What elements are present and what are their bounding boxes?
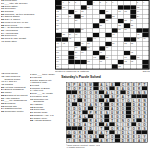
grid-cell[interactable]: 4: [93, 1, 99, 5]
cell-number: 32: [118, 23, 121, 26]
grid-cell[interactable]: 49: [81, 42, 87, 46]
grid-cell[interactable]: [124, 46, 130, 50]
solved-black-cell: [104, 103, 109, 107]
grid-cell[interactable]: [93, 10, 99, 14]
solved-letter-cell: P: [88, 111, 93, 115]
cell-number: 16: [106, 10, 109, 13]
cell-number: 37: [124, 28, 127, 31]
grid-cell[interactable]: 64: [75, 56, 81, 60]
solved-letter-cell: R: [126, 83, 131, 87]
grid-cell[interactable]: [130, 65, 136, 69]
grid-cell[interactable]: [93, 19, 99, 23]
grid-cell[interactable]: [81, 19, 87, 23]
grid-cell[interactable]: [93, 46, 99, 50]
grid-cell[interactable]: [137, 19, 143, 23]
solved-letter-cell: N: [83, 135, 88, 139]
grid-cell[interactable]: [87, 28, 93, 32]
solved-letter-cell: E: [93, 135, 98, 139]
solved-black-cell: [115, 83, 120, 87]
solved-letter-cell: R: [88, 119, 93, 123]
grid-cell[interactable]: [81, 65, 87, 69]
grid-cell[interactable]: [118, 1, 124, 5]
grid-cell[interactable]: [99, 28, 105, 32]
solved-letter-cell: O: [99, 107, 104, 111]
solved-letter-cell: T: [104, 131, 109, 135]
solved-letter-cell: E: [110, 83, 115, 87]
solved-black-cell: [104, 127, 109, 131]
solved-letter-cell: O: [83, 91, 88, 95]
solved-black-cell: [115, 139, 120, 143]
solved-letter-cell: E: [126, 123, 131, 127]
grid-cell[interactable]: 66: [106, 56, 112, 60]
cell-number: 17: [118, 10, 121, 13]
solved-letter-cell: A: [120, 127, 125, 131]
grid-cell[interactable]: [93, 15, 99, 19]
solved-letter-cell: E: [142, 107, 147, 111]
grid-cell[interactable]: [62, 10, 68, 14]
grid-cell[interactable]: [112, 19, 118, 23]
grid-cell[interactable]: [130, 33, 136, 37]
solved-letter-cell: O: [120, 107, 125, 111]
solved-letter-cell: O: [110, 135, 115, 139]
solved-letter-cell: R: [137, 87, 142, 91]
cell-number: 36: [118, 28, 121, 31]
cell-number: 75: [118, 64, 121, 67]
grid-cell[interactable]: [137, 42, 143, 46]
grid-cell[interactable]: 6: [106, 1, 112, 5]
grid-cell[interactable]: [62, 56, 68, 60]
grid-cell[interactable]: [99, 65, 105, 69]
solved-letter-cell: T: [77, 119, 82, 123]
cell-number: 68: [137, 55, 140, 58]
solved-letter-cell: R: [104, 139, 109, 143]
grid-cell[interactable]: [93, 65, 99, 69]
cell-number: 51: [112, 42, 115, 45]
solved-black-cell: [110, 99, 115, 103]
grid-cell[interactable]: [118, 56, 124, 60]
grid-cell[interactable]: 2: [68, 1, 74, 5]
grid-cell[interactable]: [112, 46, 118, 50]
grid-cell[interactable]: [75, 24, 81, 28]
cell-number: 10: [62, 5, 65, 8]
black-cell: [75, 60, 81, 64]
grid-cell[interactable]: 37: [124, 28, 130, 32]
grid-cell[interactable]: 74: [56, 65, 62, 69]
solved-letter-cell: P: [72, 115, 77, 119]
solved-letter-cell: A: [99, 83, 104, 87]
solved-black-cell: [110, 131, 115, 135]
solved-letter-cell: T: [110, 119, 115, 123]
grid-cell[interactable]: 23: [112, 15, 118, 19]
grid-cell[interactable]: [87, 10, 93, 14]
grid-cell[interactable]: [143, 19, 149, 23]
cell-number: 5: [100, 1, 101, 4]
solved-letter-cell: S: [110, 95, 115, 99]
grid-cell[interactable]: 44: [93, 37, 99, 41]
solved-letter-cell: E: [131, 135, 136, 139]
grid-cell[interactable]: [106, 60, 112, 64]
solved-letter-cell: G: [88, 135, 93, 139]
solved-letter-cell: N: [142, 111, 147, 115]
cell-number: 33: [131, 23, 134, 26]
solved-letter-cell: N: [99, 95, 104, 99]
grid-cell[interactable]: [143, 6, 149, 10]
grid-cell[interactable]: [99, 6, 105, 10]
grid-cell[interactable]: 27: [106, 19, 112, 23]
grid-cell[interactable]: [137, 65, 143, 69]
solved-letter-cell: Z: [88, 87, 93, 91]
solved-letter-cell: S: [67, 111, 72, 115]
grid-cell[interactable]: [68, 42, 74, 46]
grid-cell[interactable]: [68, 65, 74, 69]
grid-cell[interactable]: [118, 37, 124, 41]
solved-letter-cell: T: [126, 95, 131, 99]
grid-cell[interactable]: 45: [137, 37, 143, 41]
black-cell: [130, 6, 136, 10]
solved-letter-cell: P: [115, 95, 120, 99]
cell-number: 70: [87, 60, 90, 63]
grid-cell[interactable]: [99, 42, 105, 46]
solved-letter-cell: E: [131, 91, 136, 95]
solved-letter-cell: O: [99, 87, 104, 91]
solved-letter-cell: G: [137, 123, 142, 127]
cell-number: 35: [81, 28, 84, 31]
grid-cell[interactable]: [143, 15, 149, 19]
grid-cell[interactable]: 21: [68, 15, 74, 19]
grid-cell[interactable]: [118, 15, 124, 19]
solved-letter-cell: L: [126, 131, 131, 135]
grid-cell[interactable]: [118, 42, 124, 46]
grid-cell[interactable]: 34: [56, 28, 62, 32]
grid-cell[interactable]: [137, 24, 143, 28]
clue: 41 Small store: [1, 40, 41, 43]
solved-letter-cell: T: [77, 111, 82, 115]
solved-black-cell: [104, 95, 109, 99]
grid-cell[interactable]: [143, 51, 149, 55]
solved-letter-cell: E: [142, 115, 147, 119]
grid-cell[interactable]: [106, 28, 112, 32]
grid-cell[interactable]: [118, 51, 124, 55]
cell-number: 66: [106, 55, 109, 58]
grid-cell[interactable]: 36: [118, 28, 124, 32]
solved-letter-cell: G: [99, 119, 104, 123]
grid-cell[interactable]: [143, 24, 149, 28]
solved-letter-cell: R: [72, 95, 77, 99]
solved-letter-cell: A: [120, 87, 125, 91]
solved-letter-cell: D: [131, 103, 136, 107]
solved-letter-cell: S: [67, 83, 72, 87]
cell-number: 43: [69, 37, 72, 40]
grid-cell[interactable]: [93, 60, 99, 64]
grid-cell[interactable]: 18: [124, 10, 130, 14]
grid-cell[interactable]: [87, 15, 93, 19]
grid-cell[interactable]: 53: [130, 42, 136, 46]
grid-cell[interactable]: 43: [68, 37, 74, 41]
solved-letter-cell: M: [115, 111, 120, 115]
cell-number: 41: [112, 33, 115, 36]
grid-cell[interactable]: [112, 6, 118, 10]
solved-black-cell: [142, 95, 147, 99]
solved-letter-cell: A: [110, 107, 115, 111]
grid-cell[interactable]: [68, 46, 74, 50]
cell-number: 65: [93, 55, 96, 58]
grid-cell[interactable]: [143, 42, 149, 46]
grid-cell[interactable]: [106, 37, 112, 41]
cell-number: 18: [124, 10, 127, 13]
grid-cell[interactable]: [81, 56, 87, 60]
black-cell: [112, 65, 118, 69]
clue: 65 Composer Porter: [1, 110, 29, 113]
black-cell: [56, 33, 62, 37]
solved-letter-cell: T: [120, 99, 125, 103]
grid-cell[interactable]: 26: [75, 19, 81, 23]
solved-black-cell: [67, 135, 72, 139]
solved-black-cell: [93, 87, 98, 91]
grid-cell[interactable]: [87, 24, 93, 28]
cell-number: 47: [56, 42, 59, 45]
solved-black-cell: [99, 123, 104, 127]
grid-cell[interactable]: [130, 28, 136, 32]
solved-letter-cell: M: [142, 139, 147, 143]
grid-cell[interactable]: [93, 6, 99, 10]
solved-letter-cell: E: [131, 87, 136, 91]
clue: 28 Actress Dawber: [30, 118, 56, 121]
solved-black-cell: [137, 119, 142, 123]
grid-cell[interactable]: [112, 51, 118, 55]
solved-black-cell: [104, 115, 109, 119]
black-cell: [143, 28, 149, 32]
solved-letter-cell: R: [115, 103, 120, 107]
grid-cell[interactable]: 33: [130, 24, 136, 28]
grid-cell[interactable]: [87, 65, 93, 69]
cell-number: 27: [106, 19, 109, 22]
grid-cell[interactable]: 28: [124, 19, 130, 23]
grid-cell[interactable]: [130, 1, 136, 5]
cell-number: 21: [69, 14, 72, 17]
solved-letter-cell: E: [67, 95, 72, 99]
solved-letter-cell: A: [77, 115, 82, 119]
grid-cell[interactable]: 51: [112, 42, 118, 46]
black-cell: [130, 10, 136, 14]
solved-letter-cell: O: [110, 103, 115, 107]
cell-number: 64: [75, 55, 78, 58]
solved-letter-cell: P: [77, 87, 82, 91]
grid-cell[interactable]: 10: [62, 6, 68, 10]
grid-cell[interactable]: [124, 33, 130, 37]
cell-number: 69: [56, 60, 59, 63]
grid-cell[interactable]: [62, 24, 68, 28]
grid-cell[interactable]: [112, 24, 118, 28]
solved-letter-cell: O: [67, 115, 72, 119]
grid-cell[interactable]: 14: [75, 10, 81, 14]
grid-cell[interactable]: [99, 33, 105, 37]
grid-cell[interactable]: [106, 24, 112, 28]
grid-cell[interactable]: 17: [118, 10, 124, 14]
cell-number: 56: [87, 46, 90, 49]
grid-cell[interactable]: 24: [137, 15, 143, 19]
grid-cell[interactable]: 9: [143, 1, 149, 5]
solved-letter-cell: S: [67, 103, 72, 107]
grid-cell[interactable]: 73: [130, 60, 136, 64]
grid-cell[interactable]: 41: [112, 33, 118, 37]
grid-cell[interactable]: [62, 51, 68, 55]
cell-number: 61: [100, 51, 103, 54]
solved-letter-cell: E: [115, 91, 120, 95]
solved-letter-cell: G: [72, 131, 77, 135]
grid-cell[interactable]: 3: [75, 1, 81, 5]
solved-black-cell: [126, 103, 131, 107]
solved-black-cell: [77, 99, 82, 103]
solved-letter-cell: R: [72, 135, 77, 139]
grid-cell[interactable]: [62, 60, 68, 64]
cell-number: 53: [131, 42, 134, 45]
solved-letter-cell: E: [137, 111, 142, 115]
grid-cell[interactable]: [112, 56, 118, 60]
black-cell: [68, 60, 74, 64]
grid-cell[interactable]: [87, 33, 93, 37]
solved-letter-cell: L: [115, 123, 120, 127]
grid-cell[interactable]: 75: [118, 65, 124, 69]
grid-cell[interactable]: 11: [87, 6, 93, 10]
solved-letter-cell: S: [142, 119, 147, 123]
grid-cell[interactable]: [68, 24, 74, 28]
grid-cell[interactable]: 31: [99, 24, 105, 28]
solved-letter-cell: L: [131, 99, 136, 103]
grid-cell[interactable]: [143, 46, 149, 50]
grid-cell[interactable]: [143, 56, 149, 60]
grid-cell[interactable]: [93, 42, 99, 46]
black-cell: [68, 56, 74, 60]
grid-cell[interactable]: 16: [106, 10, 112, 14]
grid-cell[interactable]: [68, 6, 74, 10]
grid-cell[interactable]: [81, 1, 87, 5]
grid-cell[interactable]: 56: [87, 46, 93, 50]
grid-cell[interactable]: 35: [81, 28, 87, 32]
solved-letter-cell: A: [83, 123, 88, 127]
solved-letter-cell: R: [137, 127, 142, 131]
grid-cell[interactable]: [62, 65, 68, 69]
cell-number: 6: [106, 1, 107, 4]
solved-letter-cell: E: [88, 139, 93, 143]
grid-cell[interactable]: [143, 10, 149, 14]
cell-number: 42: [137, 33, 140, 36]
solved-letter-cell: P: [137, 83, 142, 87]
across-clues-continued-column: 43 Long rides?46 High-powered surgical b…: [1, 72, 29, 113]
grid-cell[interactable]: [62, 15, 68, 19]
grid-cell[interactable]: [137, 46, 143, 50]
solved-black-cell: [77, 127, 82, 131]
grid-cell[interactable]: 46: [143, 37, 149, 41]
grid-cell[interactable]: [75, 65, 81, 69]
solved-black-cell: [93, 83, 98, 87]
solved-letter-cell: S: [83, 139, 88, 143]
solved-black-cell: [67, 127, 72, 131]
solved-letter-cell: R: [131, 119, 136, 123]
solved-letter-cell: Y: [137, 115, 142, 119]
solved-crossword-grid: SPASMALECREPTTOPAZONEAGERROOMALEDENSEROS…: [66, 82, 147, 143]
solved-letter-cell: A: [99, 139, 104, 143]
solved-letter-cell: D: [77, 123, 82, 127]
grid-cell[interactable]: [87, 19, 93, 23]
grid-cell[interactable]: 57: [106, 46, 112, 50]
solved-black-cell: [126, 111, 131, 115]
grid-cell[interactable]: 7: [112, 1, 118, 5]
cell-number: 57: [106, 46, 109, 49]
solved-letter-cell: T: [67, 139, 72, 143]
grid-cell[interactable]: 22: [81, 15, 87, 19]
grid-cell[interactable]: [87, 51, 93, 55]
grid-cell[interactable]: [118, 46, 124, 50]
grid-cell[interactable]: [112, 60, 118, 64]
solved-letter-cell: G: [115, 115, 120, 119]
solved-letter-cell: E: [120, 111, 125, 115]
black-cell: [68, 51, 74, 55]
grid-cell[interactable]: [81, 33, 87, 37]
grid-cell[interactable]: 40: [75, 33, 81, 37]
grid-cell[interactable]: [137, 60, 143, 64]
cell-number: 46: [143, 37, 146, 40]
solved-letter-cell: R: [83, 99, 88, 103]
grid-cell[interactable]: [118, 33, 124, 37]
grid-cell[interactable]: 71: [99, 60, 105, 64]
grid-cell[interactable]: 52: [124, 42, 130, 46]
grid-cell[interactable]: 70: [87, 60, 93, 64]
grid-cell[interactable]: 48: [62, 42, 68, 46]
grid-cell[interactable]: 5: [99, 1, 105, 5]
grid-cell[interactable]: [124, 65, 130, 69]
grid-cell[interactable]: [62, 46, 68, 50]
grid-cell[interactable]: [99, 15, 105, 19]
solved-black-cell: [88, 115, 93, 119]
cell-number: 45: [137, 37, 140, 40]
grid-cell[interactable]: [106, 65, 112, 69]
grid-cell[interactable]: [99, 37, 105, 41]
grid-cell[interactable]: [75, 37, 81, 41]
grid-cell[interactable]: [62, 19, 68, 23]
grid-cell[interactable]: 60: [81, 51, 87, 55]
solved-black-cell: [83, 119, 88, 123]
solved-letter-cell: T: [110, 139, 115, 143]
solved-letter-cell: N: [137, 91, 142, 95]
solved-letter-cell: S: [83, 95, 88, 99]
solved-letter-cell: L: [77, 103, 82, 107]
solved-letter-cell: A: [83, 87, 88, 91]
grid-cell[interactable]: 61: [99, 51, 105, 55]
solved-letter-cell: Y: [142, 135, 147, 139]
solved-letter-cell: D: [137, 135, 142, 139]
grid-cell[interactable]: 38: [62, 33, 68, 37]
black-cell: [143, 60, 149, 64]
solved-letter-cell: E: [131, 131, 136, 135]
grid-cell[interactable]: [68, 19, 74, 23]
grid-cell[interactable]: 72: [124, 60, 130, 64]
cell-number: 22: [81, 14, 84, 17]
solved-letter-cell: N: [142, 99, 147, 103]
solved-letter-cell: E: [93, 123, 98, 127]
solved-letter-cell: E: [72, 139, 77, 143]
grid-cell[interactable]: [124, 1, 130, 5]
solved-letter-cell: T: [104, 135, 109, 139]
solved-letter-cell: A: [104, 91, 109, 95]
solved-black-cell: [88, 107, 93, 111]
grid-cell[interactable]: [93, 28, 99, 32]
solved-letter-cell: E: [137, 99, 142, 103]
cell-number: 58: [56, 51, 59, 54]
grid-cell[interactable]: 62: [130, 51, 136, 55]
grid-cell[interactable]: 68: [137, 56, 143, 60]
grid-cell[interactable]: 65: [93, 56, 99, 60]
solved-letter-cell: E: [120, 103, 125, 107]
